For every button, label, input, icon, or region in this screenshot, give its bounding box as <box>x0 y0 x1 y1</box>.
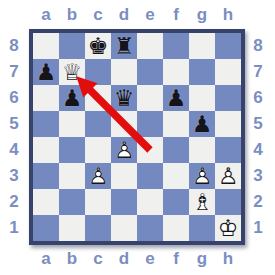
file-label-g: g <box>189 3 215 27</box>
square-b8[interactable] <box>59 33 85 59</box>
square-d5[interactable] <box>111 111 137 137</box>
square-g2[interactable]: ♝♗ <box>189 189 215 215</box>
square-h8[interactable] <box>215 33 241 59</box>
rank-label-2: 2 <box>2 189 26 215</box>
square-e3[interactable] <box>137 163 163 189</box>
square-g6[interactable] <box>189 85 215 111</box>
square-a1[interactable] <box>33 215 59 241</box>
rank-label-7: 7 <box>2 59 26 85</box>
square-h6[interactable] <box>215 85 241 111</box>
square-a3[interactable] <box>33 163 59 189</box>
square-g5[interactable]: ♟ <box>189 111 215 137</box>
square-h7[interactable] <box>215 59 241 85</box>
square-h1[interactable]: ♚♔ <box>215 215 241 241</box>
black-pawn[interactable]: ♟ <box>163 85 189 111</box>
square-h4[interactable] <box>215 137 241 163</box>
square-c6[interactable] <box>85 85 111 111</box>
square-e8[interactable] <box>137 33 163 59</box>
white-pawn[interactable]: ♟♙ <box>111 137 137 163</box>
square-h5[interactable] <box>215 111 241 137</box>
file-label-c: c <box>85 3 111 27</box>
rank-label-1: 1 <box>2 215 26 241</box>
square-d2[interactable] <box>111 189 137 215</box>
square-g7[interactable] <box>189 59 215 85</box>
rank-label-6: 6 <box>2 85 26 111</box>
rank-label-2: 2 <box>246 189 270 215</box>
square-b7[interactable]: ♛♕ <box>59 59 85 85</box>
square-d1[interactable] <box>111 215 137 241</box>
file-label-f: f <box>163 3 189 27</box>
square-e7[interactable] <box>137 59 163 85</box>
square-a8[interactable] <box>33 33 59 59</box>
square-e1[interactable] <box>137 215 163 241</box>
square-c4[interactable] <box>85 137 111 163</box>
white-pawn-outline: ♙ <box>189 163 215 189</box>
file-label-h: h <box>215 247 241 271</box>
rank-label-4: 4 <box>2 137 26 163</box>
file-label-c: c <box>85 247 111 271</box>
square-c1[interactable] <box>85 215 111 241</box>
square-f2[interactable] <box>163 189 189 215</box>
square-f6[interactable]: ♟ <box>163 85 189 111</box>
square-b2[interactable] <box>59 189 85 215</box>
square-a4[interactable] <box>33 137 59 163</box>
file-labels-bottom: abcdefgh <box>33 247 241 271</box>
square-g4[interactable] <box>189 137 215 163</box>
square-h3[interactable]: ♟♙ <box>215 163 241 189</box>
square-a6[interactable] <box>33 85 59 111</box>
square-g1[interactable] <box>189 215 215 241</box>
white-bishop-outline: ♗ <box>189 189 215 215</box>
rank-label-3: 3 <box>2 163 26 189</box>
black-king[interactable]: ♚ <box>85 33 111 59</box>
file-label-f: f <box>163 247 189 271</box>
white-pawn[interactable]: ♟♙ <box>215 163 241 189</box>
square-d6[interactable]: ♛ <box>111 85 137 111</box>
square-a7[interactable]: ♟ <box>33 59 59 85</box>
file-label-d: d <box>111 247 137 271</box>
white-king-outline: ♔ <box>215 215 241 241</box>
rank-label-4: 4 <box>246 137 270 163</box>
square-f7[interactable] <box>163 59 189 85</box>
rank-label-6: 6 <box>246 85 270 111</box>
white-pawn[interactable]: ♟♙ <box>85 163 111 189</box>
file-label-b: b <box>59 247 85 271</box>
rank-label-5: 5 <box>2 111 26 137</box>
white-queen-outline: ♕ <box>59 59 85 85</box>
black-rook[interactable]: ♜ <box>111 33 137 59</box>
file-labels-top: abcdefgh <box>33 3 241 27</box>
white-queen[interactable]: ♛♕ <box>59 59 85 85</box>
white-pawn[interactable]: ♟♙ <box>189 163 215 189</box>
square-d8[interactable]: ♜ <box>111 33 137 59</box>
file-label-b: b <box>59 3 85 27</box>
black-queen[interactable]: ♛ <box>111 85 137 111</box>
square-b4[interactable] <box>59 137 85 163</box>
chess-diagram: abcdefgh abcdefgh 87654321 87654321 ♚♜♟♛… <box>0 0 275 275</box>
file-label-e: e <box>137 247 163 271</box>
square-d7[interactable] <box>111 59 137 85</box>
file-label-d: d <box>111 3 137 27</box>
square-f4[interactable] <box>163 137 189 163</box>
square-c7[interactable] <box>85 59 111 85</box>
square-b5[interactable] <box>59 111 85 137</box>
rank-label-8: 8 <box>246 33 270 59</box>
square-f3[interactable] <box>163 163 189 189</box>
square-b6[interactable]: ♟ <box>59 85 85 111</box>
rank-label-8: 8 <box>2 33 26 59</box>
rank-label-3: 3 <box>246 163 270 189</box>
square-a5[interactable] <box>33 111 59 137</box>
chess-board[interactable]: ♚♜♟♛♕♟♛♟♟♟♙♟♙♟♙♟♙♝♗♚♔ <box>29 29 245 245</box>
square-c5[interactable] <box>85 111 111 137</box>
square-e4[interactable] <box>137 137 163 163</box>
square-e6[interactable] <box>137 85 163 111</box>
square-g8[interactable] <box>189 33 215 59</box>
white-pawn-outline: ♙ <box>111 137 137 163</box>
square-f8[interactable] <box>163 33 189 59</box>
file-label-e: e <box>137 3 163 27</box>
square-c8[interactable]: ♚ <box>85 33 111 59</box>
rank-label-5: 5 <box>246 111 270 137</box>
black-pawn[interactable]: ♟ <box>189 111 215 137</box>
white-pawn-outline: ♙ <box>215 163 241 189</box>
rank-label-1: 1 <box>246 215 270 241</box>
square-c3[interactable]: ♟♙ <box>85 163 111 189</box>
file-label-a: a <box>33 247 59 271</box>
black-pawn[interactable]: ♟ <box>33 59 59 85</box>
white-pawn-outline: ♙ <box>85 163 111 189</box>
square-c2[interactable] <box>85 189 111 215</box>
black-pawn[interactable]: ♟ <box>59 85 85 111</box>
rank-labels-left: 87654321 <box>2 33 26 241</box>
square-e5[interactable] <box>137 111 163 137</box>
square-d4[interactable]: ♟♙ <box>111 137 137 163</box>
rank-labels-right: 87654321 <box>246 33 270 241</box>
square-b3[interactable] <box>59 163 85 189</box>
square-g3[interactable]: ♟♙ <box>189 163 215 189</box>
square-a2[interactable] <box>33 189 59 215</box>
file-label-h: h <box>215 3 241 27</box>
rank-label-7: 7 <box>246 59 270 85</box>
square-e2[interactable] <box>137 189 163 215</box>
file-label-g: g <box>189 247 215 271</box>
file-label-a: a <box>33 3 59 27</box>
square-b1[interactable] <box>59 215 85 241</box>
white-bishop[interactable]: ♝♗ <box>189 189 215 215</box>
square-f5[interactable] <box>163 111 189 137</box>
square-d3[interactable] <box>111 163 137 189</box>
white-king[interactable]: ♚♔ <box>215 215 241 241</box>
square-f1[interactable] <box>163 215 189 241</box>
square-h2[interactable] <box>215 189 241 215</box>
